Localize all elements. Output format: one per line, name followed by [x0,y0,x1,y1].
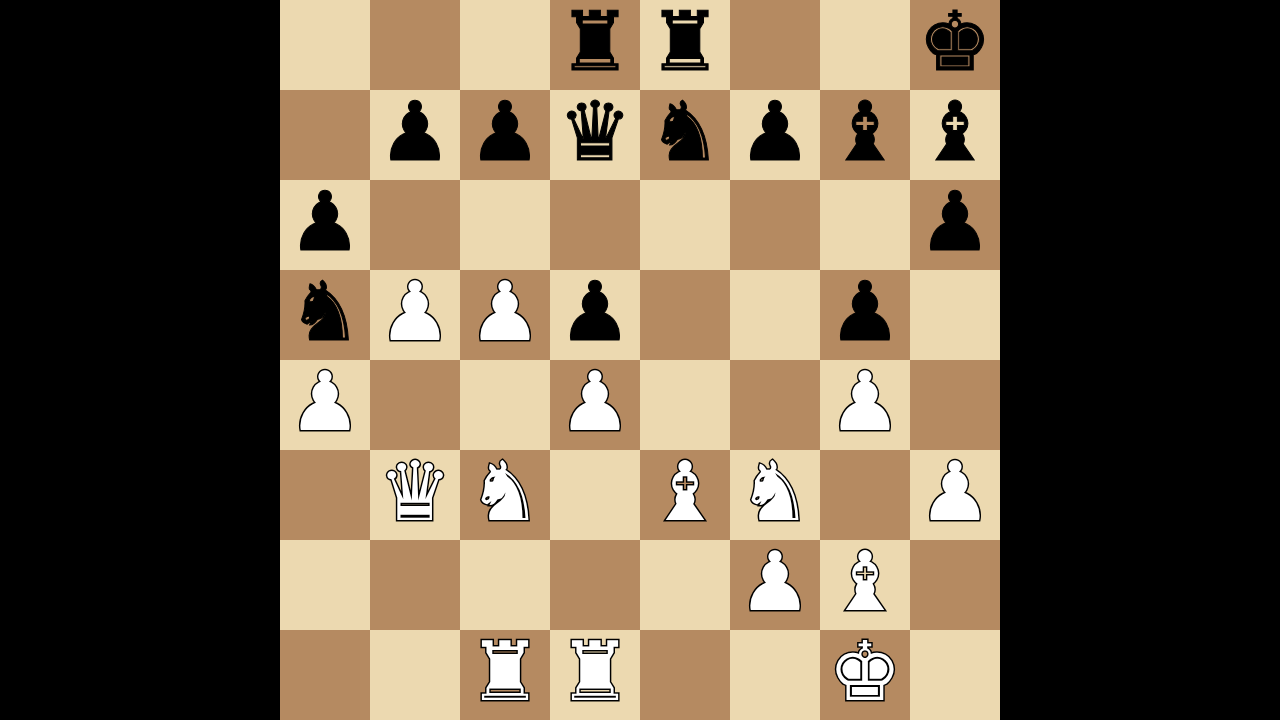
square-h6[interactable]: ♟ [910,180,1000,270]
square-b1[interactable] [370,630,460,720]
piece-white-rook: ♜ [558,627,632,717]
piece-white-knight: ♞ [738,447,812,537]
letterbox-left [0,0,280,720]
square-a6[interactable]: ♟ [280,180,370,270]
square-a4[interactable]: ♟ [280,360,370,450]
piece-black-bishop: ♝ [828,87,902,177]
square-e8[interactable]: ♜ [640,0,730,90]
square-b8[interactable] [370,0,460,90]
piece-black-pawn: ♟ [288,177,362,267]
square-e2[interactable] [640,540,730,630]
square-f8[interactable] [730,0,820,90]
piece-white-pawn: ♟ [378,267,452,357]
square-c6[interactable] [460,180,550,270]
square-f3[interactable]: ♞ [730,450,820,540]
square-h4[interactable] [910,360,1000,450]
square-g7[interactable]: ♝ [820,90,910,180]
square-e5[interactable] [640,270,730,360]
piece-white-bishop: ♝ [828,537,902,627]
square-e4[interactable] [640,360,730,450]
square-e6[interactable] [640,180,730,270]
piece-black-pawn: ♟ [468,87,542,177]
square-g3[interactable] [820,450,910,540]
square-d3[interactable] [550,450,640,540]
piece-black-pawn: ♟ [918,177,992,267]
square-a7[interactable] [280,90,370,180]
square-f7[interactable]: ♟ [730,90,820,180]
square-f2[interactable]: ♟ [730,540,820,630]
square-b2[interactable] [370,540,460,630]
piece-white-pawn: ♟ [738,537,812,627]
piece-white-pawn: ♟ [468,267,542,357]
square-f5[interactable] [730,270,820,360]
piece-black-knight: ♞ [288,267,362,357]
square-e1[interactable] [640,630,730,720]
piece-black-queen: ♛ [558,87,632,177]
square-a2[interactable] [280,540,370,630]
video-frame: ♜♜♚♟♟♛♞♟♝♝♟♟♞♟♟♟♟♟♟♟♛♞♝♞♟♟♝♜♜♚ [0,0,1280,720]
piece-white-king: ♚ [828,627,902,717]
square-h7[interactable]: ♝ [910,90,1000,180]
square-c8[interactable] [460,0,550,90]
piece-black-pawn: ♟ [738,87,812,177]
square-c2[interactable] [460,540,550,630]
square-c4[interactable] [460,360,550,450]
piece-white-pawn: ♟ [828,357,902,447]
piece-white-knight: ♞ [468,447,542,537]
square-g5[interactable]: ♟ [820,270,910,360]
square-g8[interactable] [820,0,910,90]
square-e3[interactable]: ♝ [640,450,730,540]
square-b3[interactable]: ♛ [370,450,460,540]
square-d2[interactable] [550,540,640,630]
square-b5[interactable]: ♟ [370,270,460,360]
square-g4[interactable]: ♟ [820,360,910,450]
square-d7[interactable]: ♛ [550,90,640,180]
piece-black-pawn: ♟ [378,87,452,177]
piece-black-king: ♚ [918,0,992,87]
piece-white-pawn: ♟ [918,447,992,537]
square-e7[interactable]: ♞ [640,90,730,180]
letterbox-right [1000,0,1280,720]
chess-board: ♜♜♚♟♟♛♞♟♝♝♟♟♞♟♟♟♟♟♟♟♛♞♝♞♟♟♝♜♜♚ [280,0,1000,720]
square-a3[interactable] [280,450,370,540]
square-d1[interactable]: ♜ [550,630,640,720]
square-a5[interactable]: ♞ [280,270,370,360]
square-c1[interactable]: ♜ [460,630,550,720]
piece-white-queen: ♛ [378,447,452,537]
piece-white-pawn: ♟ [558,357,632,447]
piece-black-pawn: ♟ [828,267,902,357]
square-g2[interactable]: ♝ [820,540,910,630]
square-d6[interactable] [550,180,640,270]
square-g6[interactable] [820,180,910,270]
piece-black-pawn: ♟ [558,267,632,357]
square-c3[interactable]: ♞ [460,450,550,540]
piece-black-knight: ♞ [648,87,722,177]
piece-white-rook: ♜ [468,627,542,717]
square-h3[interactable]: ♟ [910,450,1000,540]
piece-black-rook: ♜ [558,0,632,87]
square-d4[interactable]: ♟ [550,360,640,450]
square-b4[interactable] [370,360,460,450]
square-f6[interactable] [730,180,820,270]
square-f1[interactable] [730,630,820,720]
square-h5[interactable] [910,270,1000,360]
piece-white-pawn: ♟ [288,357,362,447]
square-d8[interactable]: ♜ [550,0,640,90]
piece-black-rook: ♜ [648,0,722,87]
square-b6[interactable] [370,180,460,270]
square-d5[interactable]: ♟ [550,270,640,360]
piece-white-bishop: ♝ [648,447,722,537]
square-a8[interactable] [280,0,370,90]
square-f4[interactable] [730,360,820,450]
square-c5[interactable]: ♟ [460,270,550,360]
square-h2[interactable] [910,540,1000,630]
square-h1[interactable] [910,630,1000,720]
square-c7[interactable]: ♟ [460,90,550,180]
square-h8[interactable]: ♚ [910,0,1000,90]
square-b7[interactable]: ♟ [370,90,460,180]
piece-black-bishop: ♝ [918,87,992,177]
square-a1[interactable] [280,630,370,720]
square-g1[interactable]: ♚ [820,630,910,720]
